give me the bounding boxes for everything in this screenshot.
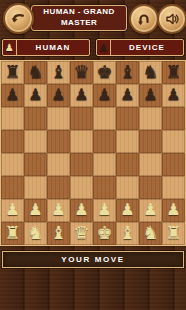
square-d2[interactable]: ♟ — [70, 199, 93, 222]
square-e8[interactable]: ♚ — [93, 61, 116, 84]
piece-white-pawn: ♟ — [166, 198, 180, 221]
square-a3[interactable] — [1, 176, 24, 199]
square-c4[interactable] — [47, 153, 70, 176]
piece-black-pawn: ♟ — [51, 83, 65, 106]
square-h2[interactable]: ♟ — [162, 199, 185, 222]
square-f1[interactable]: ♝ — [116, 222, 139, 245]
piece-black-pawn: ♟ — [28, 83, 42, 106]
square-h3[interactable] — [162, 176, 185, 199]
square-e7[interactable]: ♟ — [93, 84, 116, 107]
square-f8[interactable]: ♝ — [116, 61, 139, 84]
square-b7[interactable]: ♟ — [24, 84, 47, 107]
square-a7[interactable]: ♟ — [1, 84, 24, 107]
square-d5[interactable] — [70, 130, 93, 153]
square-f4[interactable] — [116, 153, 139, 176]
chess-board: ♜♞♝♛♚♝♞♜♟♟♟♟♟♟♟♟♟♟♟♟♟♟♟♟♜♞♝♛♚♝♞♜ — [0, 60, 186, 246]
speaker-icon — [164, 11, 180, 27]
status-bar: YOUR MOVE — [2, 251, 184, 268]
player-panel-human[interactable]: ♟ HUMAN — [2, 39, 90, 56]
square-e6[interactable] — [93, 107, 116, 130]
square-b4[interactable] — [24, 153, 47, 176]
player-label-device: DEVICE — [111, 40, 183, 55]
piece-white-pawn: ♟ — [5, 198, 19, 221]
square-b8[interactable]: ♞ — [24, 61, 47, 84]
piece-white-pawn: ♟ — [74, 198, 88, 221]
square-h7[interactable]: ♟ — [162, 84, 185, 107]
square-d8[interactable]: ♛ — [70, 61, 93, 84]
piece-white-knight: ♞ — [27, 221, 43, 244]
square-d6[interactable] — [70, 107, 93, 130]
piece-black-pawn: ♟ — [120, 83, 134, 106]
square-f6[interactable] — [116, 107, 139, 130]
back-button[interactable] — [3, 3, 34, 34]
square-h1[interactable]: ♜ — [162, 222, 185, 245]
square-c2[interactable]: ♟ — [47, 199, 70, 222]
square-g1[interactable]: ♞ — [139, 222, 162, 245]
piece-black-knight: ♞ — [27, 60, 43, 83]
square-c6[interactable] — [47, 107, 70, 130]
square-a2[interactable]: ♟ — [1, 199, 24, 222]
square-a6[interactable] — [1, 107, 24, 130]
square-c5[interactable] — [47, 130, 70, 153]
square-f5[interactable] — [116, 130, 139, 153]
square-e5[interactable] — [93, 130, 116, 153]
sound-button[interactable] — [157, 4, 186, 34]
piece-white-bishop: ♝ — [50, 221, 66, 244]
square-h5[interactable] — [162, 130, 185, 153]
square-c1[interactable]: ♝ — [47, 222, 70, 245]
chess-app-window: HUMAN - GRAND MASTER ♟ HUMAN ♟ DEVICE ♜♞… — [0, 0, 186, 310]
square-d4[interactable] — [70, 153, 93, 176]
square-h8[interactable]: ♜ — [162, 61, 185, 84]
piece-black-bishop: ♝ — [50, 60, 66, 83]
square-f3[interactable] — [116, 176, 139, 199]
back-arrow-icon — [10, 10, 27, 27]
undo-icon — [136, 11, 152, 27]
piece-white-pawn: ♟ — [51, 198, 65, 221]
square-g2[interactable]: ♟ — [139, 199, 162, 222]
square-e4[interactable] — [93, 153, 116, 176]
piece-white-pawn: ♟ — [120, 198, 134, 221]
square-d3[interactable] — [70, 176, 93, 199]
square-f2[interactable]: ♟ — [116, 199, 139, 222]
game-mode-title: HUMAN - GRAND MASTER — [31, 5, 127, 31]
status-bar-text: YOUR MOVE — [61, 255, 124, 264]
piece-black-rook: ♜ — [4, 60, 20, 83]
square-e1[interactable]: ♚ — [93, 222, 116, 245]
square-d1[interactable]: ♛ — [70, 222, 93, 245]
piece-white-pawn: ♟ — [97, 198, 111, 221]
piece-white-rook: ♜ — [4, 221, 20, 244]
square-g7[interactable]: ♟ — [139, 84, 162, 107]
piece-black-pawn: ♟ — [5, 83, 19, 106]
piece-black-pawn: ♟ — [97, 83, 111, 106]
piece-white-pawn: ♟ — [28, 198, 42, 221]
piece-black-queen: ♛ — [73, 60, 89, 83]
black-pawn-icon: ♟ — [97, 40, 111, 55]
undo-button[interactable] — [129, 4, 159, 34]
square-g8[interactable]: ♞ — [139, 61, 162, 84]
piece-black-pawn: ♟ — [74, 83, 88, 106]
square-f7[interactable]: ♟ — [116, 84, 139, 107]
square-d7[interactable]: ♟ — [70, 84, 93, 107]
square-b6[interactable] — [24, 107, 47, 130]
piece-white-bishop: ♝ — [119, 221, 135, 244]
player-label-human: HUMAN — [17, 40, 89, 55]
piece-white-knight: ♞ — [142, 221, 158, 244]
square-b5[interactable] — [24, 130, 47, 153]
square-c8[interactable]: ♝ — [47, 61, 70, 84]
square-c3[interactable] — [47, 176, 70, 199]
piece-black-pawn: ♟ — [143, 83, 157, 106]
piece-black-rook: ♜ — [165, 60, 181, 83]
piece-black-pawn: ♟ — [166, 83, 180, 106]
square-g6[interactable] — [139, 107, 162, 130]
square-a8[interactable]: ♜ — [1, 61, 24, 84]
piece-black-bishop: ♝ — [119, 60, 135, 83]
square-h4[interactable] — [162, 153, 185, 176]
square-b2[interactable]: ♟ — [24, 199, 47, 222]
square-c7[interactable]: ♟ — [47, 84, 70, 107]
white-pawn-icon: ♟ — [3, 40, 17, 55]
piece-white-king: ♚ — [96, 221, 112, 244]
square-g5[interactable] — [139, 130, 162, 153]
player-panel-device[interactable]: ♟ DEVICE — [96, 39, 184, 56]
square-a5[interactable] — [1, 130, 24, 153]
square-b1[interactable]: ♞ — [24, 222, 47, 245]
square-a4[interactable] — [1, 153, 24, 176]
game-mode-title-text: HUMAN - GRAND MASTER — [35, 7, 123, 29]
piece-black-king: ♚ — [96, 60, 112, 83]
square-g3[interactable] — [139, 176, 162, 199]
piece-white-pawn: ♟ — [143, 198, 157, 221]
piece-white-queen: ♛ — [73, 221, 89, 244]
square-h6[interactable] — [162, 107, 185, 130]
square-e3[interactable] — [93, 176, 116, 199]
piece-black-knight: ♞ — [142, 60, 158, 83]
square-e2[interactable]: ♟ — [93, 199, 116, 222]
square-b3[interactable] — [24, 176, 47, 199]
square-g4[interactable] — [139, 153, 162, 176]
piece-white-rook: ♜ — [165, 221, 181, 244]
square-a1[interactable]: ♜ — [1, 222, 24, 245]
